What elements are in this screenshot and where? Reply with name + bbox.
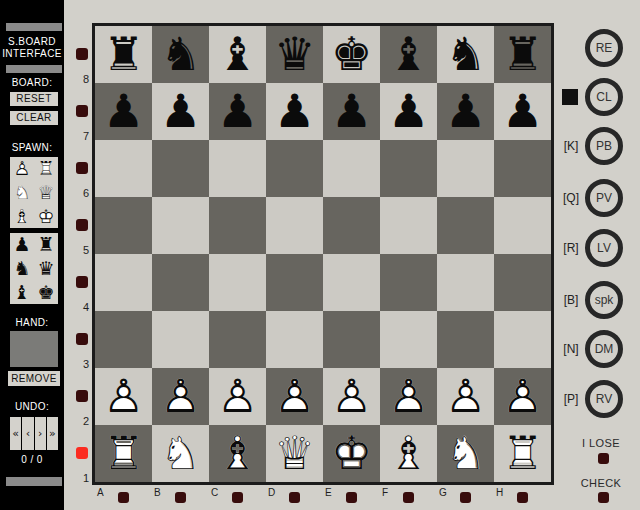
piece-outline: ♗ <box>10 205 34 228</box>
white-rook-piece[interactable]: ♜♖ <box>34 157 58 180</box>
chess-board: ♜♞♝♛♚♝♞♜♟♟♟♟♟♟♟♟♟♙♟♙♟♙♟♙♟♙♟♙♟♙♟♙♜♖♞♘♝♗♛♕… <box>95 26 551 482</box>
white-knight-piece[interactable]: ♞♘ <box>10 181 34 204</box>
piece-outline: ♕ <box>266 425 323 482</box>
file-col-a: A <box>95 487 152 505</box>
dm-button[interactable]: DM <box>585 330 623 368</box>
black-pawn-piece[interactable]: ♟ <box>494 83 551 140</box>
undo-controls: «‹›» <box>10 417 58 450</box>
square-c1[interactable]: ♝♗ <box>209 425 266 482</box>
pv-button[interactable]: PV <box>585 179 623 217</box>
piece-outline: ♘ <box>152 425 209 482</box>
black-pawn-piece[interactable]: ♟ <box>95 83 152 140</box>
square-g4[interactable] <box>437 254 494 311</box>
square-a6[interactable] <box>95 140 152 197</box>
file-label-g: G <box>439 487 447 498</box>
rank-indicator-4 <box>76 276 88 288</box>
square-e6[interactable] <box>323 140 380 197</box>
rank-indicator-3 <box>76 333 88 345</box>
square-d7[interactable]: ♟ <box>266 83 323 140</box>
rank-row-4: 4 <box>64 254 92 311</box>
rank-row-8: 8 <box>64 26 92 83</box>
square-f6[interactable] <box>380 140 437 197</box>
piece-outline: ♙ <box>152 368 209 425</box>
file-label-b: B <box>154 487 161 498</box>
square-h7[interactable]: ♟ <box>494 83 551 140</box>
white-rook-piece[interactable]: ♜♖ <box>95 425 152 482</box>
file-label-d: D <box>268 487 275 498</box>
piece-outline: ♕ <box>34 181 58 204</box>
rank-indicator-1 <box>76 447 88 459</box>
square-e2[interactable]: ♟♙ <box>323 368 380 425</box>
square-d8[interactable]: ♛ <box>266 26 323 83</box>
spawn-white-pawn[interactable]: ♟♙ <box>10 157 34 181</box>
square-a8[interactable]: ♜ <box>95 26 152 83</box>
black-queen-piece[interactable]: ♛ <box>266 26 323 83</box>
white-knight-piece[interactable]: ♞♘ <box>437 425 494 482</box>
white-pawn-piece[interactable]: ♟♙ <box>266 368 323 425</box>
rank-indicator-5 <box>76 219 88 231</box>
black-king-piece[interactable]: ♚ <box>34 281 58 304</box>
square-d3[interactable] <box>266 311 323 368</box>
rank-label-1: 1 <box>83 472 89 484</box>
square-g3[interactable] <box>437 311 494 368</box>
spawn-black-pawn[interactable]: ♟ <box>10 233 34 257</box>
spawn-section-label: SPAWN: <box>0 142 64 153</box>
file-label-h: H <box>496 487 503 498</box>
black-knight-piece[interactable]: ♞ <box>152 26 209 83</box>
square-h8[interactable]: ♜ <box>494 26 551 83</box>
tag-r: [R] <box>559 241 583 255</box>
cl-indicator-square <box>562 89 578 105</box>
square-b6[interactable] <box>152 140 209 197</box>
file-label-c: C <box>211 487 218 498</box>
square-h4[interactable] <box>494 254 551 311</box>
piece-outline: ♘ <box>437 425 494 482</box>
rank-indicator-8 <box>76 48 88 60</box>
square-b1[interactable]: ♞♘ <box>152 425 209 482</box>
file-indicator-b <box>175 492 186 503</box>
square-f2[interactable]: ♟♙ <box>380 368 437 425</box>
tag-p: [P] <box>559 392 583 406</box>
file-indicator-h <box>517 492 528 503</box>
square-c2[interactable]: ♟♙ <box>209 368 266 425</box>
square-d1[interactable]: ♛♕ <box>266 425 323 482</box>
black-bishop-piece[interactable]: ♝ <box>10 281 34 304</box>
black-knight-piece[interactable]: ♞ <box>437 26 494 83</box>
file-col-b: B <box>152 487 209 505</box>
square-e5[interactable] <box>323 197 380 254</box>
square-a2[interactable]: ♟♙ <box>95 368 152 425</box>
square-b8[interactable]: ♞ <box>152 26 209 83</box>
square-g2[interactable]: ♟♙ <box>437 368 494 425</box>
white-bishop-piece[interactable]: ♝♗ <box>10 205 34 228</box>
cl-button[interactable]: CL <box>585 78 623 116</box>
square-b4[interactable] <box>152 254 209 311</box>
tag-q: [Q] <box>559 191 583 205</box>
piece-outline: ♖ <box>95 425 152 482</box>
square-c5[interactable] <box>209 197 266 254</box>
white-pawn-piece[interactable]: ♟♙ <box>10 157 34 180</box>
file-col-f: F <box>380 487 437 505</box>
rank-row-3: 3 <box>64 311 92 368</box>
square-a4[interactable] <box>95 254 152 311</box>
tag-n: [N] <box>559 342 583 356</box>
piece-outline: ♖ <box>494 425 551 482</box>
i-lose-label: I LOSE <box>555 437 640 449</box>
rank-row-6: 6 <box>64 140 92 197</box>
spawn-white-rook[interactable]: ♜♖ <box>34 157 58 181</box>
divider-bar-top <box>6 23 62 31</box>
white-bishop-piece[interactable]: ♝♗ <box>380 425 437 482</box>
square-b2[interactable]: ♟♙ <box>152 368 209 425</box>
white-queen-piece[interactable]: ♛♕ <box>34 181 58 204</box>
spawn-white-knight[interactable]: ♞♘ <box>10 181 34 205</box>
white-pawn-piece[interactable]: ♟♙ <box>323 368 380 425</box>
white-pawn-piece[interactable]: ♟♙ <box>494 368 551 425</box>
spawn-black-queen[interactable]: ♛ <box>34 257 58 281</box>
square-f3[interactable] <box>380 311 437 368</box>
square-b7[interactable]: ♟ <box>152 83 209 140</box>
square-a5[interactable] <box>95 197 152 254</box>
white-knight-piece[interactable]: ♞♘ <box>152 425 209 482</box>
clear-button[interactable]: CLEAR <box>10 111 58 125</box>
file-indicator-g <box>460 492 471 503</box>
piece-outline: ♙ <box>323 368 380 425</box>
app-title-line2: INTERFACE <box>0 48 64 59</box>
sidebar: S.BOARD INTERFACE BOARD: RESET CLEAR SPA… <box>0 0 64 510</box>
spawn-white-bishop[interactable]: ♝♗ <box>10 204 34 228</box>
black-rook-piece[interactable]: ♜ <box>34 233 58 256</box>
spawn-palette-black: ♟♜♞♛♝♚ <box>10 233 58 304</box>
board-frame: ♜♞♝♛♚♝♞♜♟♟♟♟♟♟♟♟♟♙♟♙♟♙♟♙♟♙♟♙♟♙♟♙♜♖♞♘♝♗♛♕… <box>92 23 554 485</box>
spawn-white-king[interactable]: ♚♔ <box>34 204 58 228</box>
spawn-black-king[interactable]: ♚ <box>34 280 58 304</box>
white-pawn-piece[interactable]: ♟♙ <box>95 368 152 425</box>
board-section-label: BOARD: <box>0 77 64 88</box>
lv-button[interactable]: LV <box>585 229 623 267</box>
file-label-f: F <box>382 487 388 498</box>
square-g8[interactable]: ♞ <box>437 26 494 83</box>
black-queen-piece[interactable]: ♛ <box>34 257 58 280</box>
rank-indicator-6 <box>76 162 88 174</box>
file-col-c: C <box>209 487 266 505</box>
piece-outline: ♙ <box>380 368 437 425</box>
file-indicator-f <box>403 492 414 503</box>
piece-outline: ♗ <box>209 425 266 482</box>
divider-bar-title <box>6 65 62 73</box>
piece-outline: ♔ <box>34 205 58 228</box>
check-led <box>598 492 609 503</box>
square-g6[interactable] <box>437 140 494 197</box>
piece-outline: ♗ <box>380 425 437 482</box>
chess-app-window: S.BOARD INTERFACE BOARD: RESET CLEAR SPA… <box>0 0 640 510</box>
undo-counter: 0 / 0 <box>0 454 64 465</box>
hand-section-label: HAND: <box>0 317 64 328</box>
square-d2[interactable]: ♟♙ <box>266 368 323 425</box>
piece-outline: ♘ <box>10 181 34 204</box>
piece-outline: ♙ <box>209 368 266 425</box>
file-col-g: G <box>437 487 494 505</box>
square-h6[interactable] <box>494 140 551 197</box>
spawn-black-bishop[interactable]: ♝ <box>10 280 34 304</box>
rv-button[interactable]: RV <box>585 380 623 418</box>
piece-outline: ♙ <box>10 157 34 180</box>
spawn-palette-white: ♟♙♜♖♞♘♛♕♝♗♚♔ <box>10 157 58 228</box>
redo-button[interactable]: › <box>35 417 46 450</box>
square-b3[interactable] <box>152 311 209 368</box>
file-col-d: D <box>266 487 323 505</box>
file-indicator-a <box>118 492 129 503</box>
file-indicator-d <box>289 492 300 503</box>
black-pawn-piece[interactable]: ♟ <box>323 83 380 140</box>
square-d4[interactable] <box>266 254 323 311</box>
white-pawn-piece[interactable]: ♟♙ <box>152 368 209 425</box>
file-label-a: A <box>97 487 104 498</box>
spk-button[interactable]: spk <box>585 281 623 319</box>
piece-outline: ♙ <box>266 368 323 425</box>
tag-b: [B] <box>559 293 583 307</box>
piece-outline: ♙ <box>494 368 551 425</box>
rank-row-2: 2 <box>64 368 92 425</box>
white-king-piece[interactable]: ♚♔ <box>323 425 380 482</box>
square-c3[interactable] <box>209 311 266 368</box>
black-pawn-piece[interactable]: ♟ <box>209 83 266 140</box>
square-f4[interactable] <box>380 254 437 311</box>
square-h3[interactable] <box>494 311 551 368</box>
black-bishop-piece[interactable]: ♝ <box>380 26 437 83</box>
square-e4[interactable] <box>323 254 380 311</box>
redo-all-button[interactable]: » <box>47 417 58 450</box>
hand-box[interactable] <box>10 331 58 367</box>
square-f8[interactable]: ♝ <box>380 26 437 83</box>
square-e8[interactable]: ♚ <box>323 26 380 83</box>
rank-row-1: 1 <box>64 425 92 482</box>
black-king-piece[interactable]: ♚ <box>323 26 380 83</box>
square-g1[interactable]: ♞♘ <box>437 425 494 482</box>
rank-indicator-2 <box>76 390 88 402</box>
undo-all-button[interactable]: « <box>10 417 21 450</box>
black-pawn-piece[interactable]: ♟ <box>152 83 209 140</box>
black-knight-piece[interactable]: ♞ <box>10 257 34 280</box>
spawn-black-knight[interactable]: ♞ <box>10 257 34 281</box>
square-b5[interactable] <box>152 197 209 254</box>
square-e3[interactable] <box>323 311 380 368</box>
square-a3[interactable] <box>95 311 152 368</box>
black-bishop-piece[interactable]: ♝ <box>209 26 266 83</box>
square-h1[interactable]: ♜♖ <box>494 425 551 482</box>
file-strip: ABCDEFGH <box>95 487 551 505</box>
spawn-black-rook[interactable]: ♜ <box>34 233 58 257</box>
black-pawn-piece[interactable]: ♟ <box>380 83 437 140</box>
tag-k: [K] <box>559 139 583 153</box>
black-pawn-piece[interactable]: ♟ <box>10 233 34 256</box>
square-f1[interactable]: ♝♗ <box>380 425 437 482</box>
pb-button[interactable]: PB <box>585 127 623 165</box>
square-e1[interactable]: ♚♔ <box>323 425 380 482</box>
remove-button[interactable]: REMOVE <box>8 371 60 386</box>
white-pawn-piece[interactable]: ♟♙ <box>380 368 437 425</box>
square-g5[interactable] <box>437 197 494 254</box>
undo-button[interactable]: ‹ <box>22 417 33 450</box>
re-button[interactable]: RE <box>585 29 623 67</box>
white-king-piece[interactable]: ♚♔ <box>34 205 58 228</box>
white-queen-piece[interactable]: ♛♕ <box>266 425 323 482</box>
square-c6[interactable] <box>209 140 266 197</box>
divider-bar-bottom <box>6 477 62 486</box>
piece-outline: ♖ <box>34 157 58 180</box>
reset-button[interactable]: RESET <box>10 92 58 106</box>
piece-outline: ♔ <box>323 425 380 482</box>
file-col-h: H <box>494 487 551 505</box>
file-col-e: E <box>323 487 380 505</box>
square-h5[interactable] <box>494 197 551 254</box>
app-title-line1: S.BOARD <box>0 36 64 47</box>
spawn-white-queen[interactable]: ♛♕ <box>34 181 58 205</box>
square-a7[interactable]: ♟ <box>95 83 152 140</box>
square-c4[interactable] <box>209 254 266 311</box>
piece-outline: ♙ <box>95 368 152 425</box>
square-a1[interactable]: ♜♖ <box>95 425 152 482</box>
white-pawn-piece[interactable]: ♟♙ <box>437 368 494 425</box>
square-c7[interactable]: ♟ <box>209 83 266 140</box>
white-rook-piece[interactable]: ♜♖ <box>494 425 551 482</box>
i-lose-led <box>598 453 609 464</box>
check-label: CHECK <box>555 477 640 489</box>
square-c8[interactable]: ♝ <box>209 26 266 83</box>
rank-row-5: 5 <box>64 197 92 254</box>
white-bishop-piece[interactable]: ♝♗ <box>209 425 266 482</box>
black-rook-piece[interactable]: ♜ <box>494 26 551 83</box>
black-pawn-piece[interactable]: ♟ <box>437 83 494 140</box>
right-panel: I LOSE CHECK RECL[K]PB[Q]PV[R]LV[B]spk[N… <box>555 0 640 510</box>
file-label-e: E <box>325 487 332 498</box>
square-f7[interactable]: ♟ <box>380 83 437 140</box>
rank-indicator-7 <box>76 105 88 117</box>
piece-outline: ♙ <box>437 368 494 425</box>
rank-row-7: 7 <box>64 83 92 140</box>
square-d5[interactable] <box>266 197 323 254</box>
file-indicator-c <box>232 492 243 503</box>
white-pawn-piece[interactable]: ♟♙ <box>209 368 266 425</box>
black-rook-piece[interactable]: ♜ <box>95 26 152 83</box>
black-pawn-piece[interactable]: ♟ <box>266 83 323 140</box>
square-f5[interactable] <box>380 197 437 254</box>
square-e7[interactable]: ♟ <box>323 83 380 140</box>
square-d6[interactable] <box>266 140 323 197</box>
file-indicator-e <box>346 492 357 503</box>
undo-section-label: UNDO: <box>0 401 64 412</box>
square-g7[interactable]: ♟ <box>437 83 494 140</box>
square-h2[interactable]: ♟♙ <box>494 368 551 425</box>
